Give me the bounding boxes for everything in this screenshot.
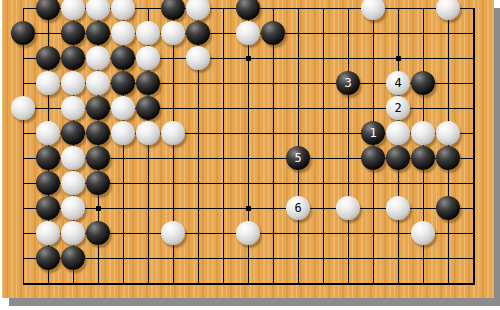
star-point-dot [396, 56, 401, 61]
stone-white [86, 71, 110, 95]
stone-white [186, 46, 210, 70]
stone-white [161, 221, 185, 245]
star-point [246, 206, 251, 211]
stone-black [36, 146, 60, 170]
stone-black [61, 46, 85, 70]
stone-white [161, 21, 185, 45]
stone-white [236, 221, 260, 245]
star-point-dot [246, 206, 251, 211]
stone-white [111, 96, 135, 120]
stone-white [86, 0, 110, 20]
stone-white [436, 0, 460, 20]
stone-white [86, 46, 110, 70]
stone-black [161, 0, 185, 20]
stone-white [161, 121, 185, 145]
stone-white [111, 21, 135, 45]
stone-black [386, 146, 410, 170]
stone-black [361, 146, 385, 170]
stone-white [11, 96, 35, 120]
stone-white [386, 196, 410, 220]
stone-black [136, 96, 160, 120]
stone-white [61, 146, 85, 170]
stone-black [36, 46, 60, 70]
stone-black [86, 221, 110, 245]
stone-black [61, 121, 85, 145]
go-diagram: 342156 [0, 0, 500, 310]
stone-black [86, 96, 110, 120]
stone-white-move-4: 4 [386, 71, 410, 95]
stone-white [111, 0, 135, 20]
stone-white [61, 96, 85, 120]
star-point [246, 56, 251, 61]
stone-black [411, 146, 435, 170]
stone-black [86, 121, 110, 145]
stone-black [436, 146, 460, 170]
star-point-dot [96, 206, 101, 211]
stone-black-move-3: 3 [336, 71, 360, 95]
stone-black-move-5: 5 [286, 146, 310, 170]
stone-black [436, 196, 460, 220]
stone-black [136, 71, 160, 95]
stone-black [236, 0, 260, 20]
star-point-dot [246, 56, 251, 61]
stone-black [411, 71, 435, 95]
stone-white [36, 71, 60, 95]
stone-white [36, 221, 60, 245]
stone-white [336, 196, 360, 220]
stone-white [361, 0, 385, 20]
stone-white [236, 21, 260, 45]
stone-black [186, 21, 210, 45]
go-board[interactable]: 342156 [2, 0, 494, 298]
stone-white [111, 121, 135, 145]
stone-black [61, 21, 85, 45]
stone-black [111, 46, 135, 70]
stone-white [61, 0, 85, 20]
stone-white-move-2: 2 [386, 96, 410, 120]
stone-white [411, 221, 435, 245]
stone-black [86, 171, 110, 195]
stone-white [386, 121, 410, 145]
stone-white [61, 221, 85, 245]
stone-white [36, 121, 60, 145]
stone-black [111, 71, 135, 95]
stone-black [86, 21, 110, 45]
stone-white [186, 0, 210, 20]
stone-white-move-6: 6 [286, 196, 310, 220]
stone-white [136, 121, 160, 145]
star-point [396, 56, 401, 61]
star-point [96, 206, 101, 211]
stone-black [261, 21, 285, 45]
stone-white [136, 46, 160, 70]
stone-black [36, 0, 60, 20]
stone-black [11, 21, 35, 45]
stone-black [36, 196, 60, 220]
stone-black [36, 246, 60, 270]
stone-black [61, 246, 85, 270]
stone-black [86, 146, 110, 170]
stone-white [136, 21, 160, 45]
stone-white [436, 121, 460, 145]
stone-black-move-1: 1 [361, 121, 385, 145]
stone-white [411, 121, 435, 145]
stone-white [61, 71, 85, 95]
go-board-grid: 342156 [11, 0, 486, 296]
stone-white [61, 171, 85, 195]
stone-black [36, 171, 60, 195]
stone-white [61, 196, 85, 220]
